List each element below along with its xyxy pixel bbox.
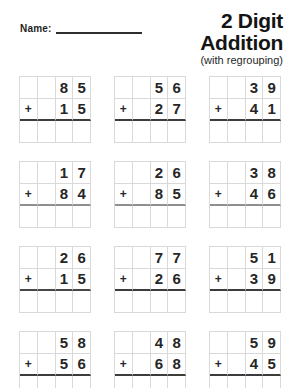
answer-cell	[151, 121, 169, 143]
digit-cell: 8	[168, 354, 186, 376]
answer-cell	[133, 376, 151, 388]
digit-cell: 5	[73, 77, 91, 99]
answer-cell	[246, 206, 264, 228]
digit-cell: 6	[73, 247, 91, 269]
empty-cell	[133, 247, 151, 269]
answer-cell	[263, 376, 281, 388]
digit-cell: 5	[151, 77, 169, 99]
addition-problem: 39+41	[209, 76, 281, 143]
empty-cell	[20, 77, 38, 99]
digit-cell: 4	[246, 354, 264, 376]
empty-cell	[228, 354, 246, 376]
digit-cell: 4	[246, 184, 264, 206]
plus-sign: +	[20, 269, 38, 291]
empty-cell	[38, 354, 56, 376]
answer-cell	[20, 121, 38, 143]
plus-sign: +	[210, 184, 228, 206]
plus-sign: +	[115, 99, 133, 121]
digit-cell: 7	[73, 162, 91, 184]
answer-cell	[246, 121, 264, 143]
answer-cell	[133, 291, 151, 313]
page-title: 2 Digit Addition	[142, 10, 283, 54]
plus-sign: +	[210, 354, 228, 376]
addition-problem: 59+45	[209, 331, 281, 388]
answer-cell	[246, 291, 264, 313]
digit-cell: 5	[246, 332, 264, 354]
empty-cell	[228, 162, 246, 184]
answer-cell	[210, 206, 228, 228]
digit-cell: 9	[263, 77, 281, 99]
empty-cell	[228, 269, 246, 291]
empty-cell	[20, 332, 38, 354]
answer-cell	[38, 291, 56, 313]
answer-cell	[115, 121, 133, 143]
digit-cell: 2	[151, 99, 169, 121]
digit-cell: 1	[263, 99, 281, 121]
digit-cell: 6	[168, 77, 186, 99]
empty-cell	[38, 332, 56, 354]
digit-cell: 8	[56, 184, 74, 206]
answer-cell	[20, 206, 38, 228]
digit-cell: 7	[168, 99, 186, 121]
digit-cell: 8	[56, 77, 74, 99]
empty-cell	[38, 77, 56, 99]
answer-cell	[38, 376, 56, 388]
empty-cell	[228, 184, 246, 206]
empty-cell	[133, 269, 151, 291]
page-subtitle: (with regrouping)	[142, 55, 283, 67]
addition-problem: 48+68	[114, 331, 186, 388]
digit-cell: 5	[168, 184, 186, 206]
answer-cell	[56, 291, 74, 313]
answer-cell	[263, 206, 281, 228]
plus-sign: +	[115, 269, 133, 291]
digit-cell: 1	[263, 247, 281, 269]
empty-cell	[133, 354, 151, 376]
empty-cell	[228, 99, 246, 121]
digit-cell: 6	[263, 184, 281, 206]
answer-cell	[168, 121, 186, 143]
name-label: Name:	[20, 23, 52, 34]
answer-cell	[210, 291, 228, 313]
addition-problem: 77+26	[114, 246, 186, 313]
empty-cell	[38, 184, 56, 206]
answer-cell	[263, 121, 281, 143]
digit-cell: 3	[246, 77, 264, 99]
empty-cell	[20, 247, 38, 269]
plus-sign: +	[20, 354, 38, 376]
plus-sign: +	[20, 184, 38, 206]
answer-cell	[168, 206, 186, 228]
digit-cell: 5	[73, 269, 91, 291]
answer-cell	[133, 206, 151, 228]
addition-problem: 51+39	[209, 246, 281, 313]
digit-cell: 6	[168, 269, 186, 291]
answer-cell	[228, 121, 246, 143]
addition-problem: 56+27	[114, 76, 186, 143]
empty-cell	[133, 184, 151, 206]
digit-cell: 9	[263, 332, 281, 354]
answer-cell	[151, 206, 169, 228]
answer-cell	[115, 291, 133, 313]
empty-cell	[38, 247, 56, 269]
answer-cell	[56, 376, 74, 388]
digit-cell: 5	[246, 247, 264, 269]
answer-cell	[115, 206, 133, 228]
addition-problem: 85+15	[19, 76, 91, 143]
empty-cell	[228, 247, 246, 269]
digit-cell: 1	[56, 99, 74, 121]
answer-cell	[73, 376, 91, 388]
digit-cell: 8	[168, 332, 186, 354]
title-block: 2 Digit Addition (with regrouping)	[142, 10, 283, 67]
digit-cell: 8	[151, 184, 169, 206]
addition-problem: 38+46	[209, 161, 281, 228]
digit-cell: 5	[56, 332, 74, 354]
empty-cell	[133, 332, 151, 354]
empty-cell	[115, 332, 133, 354]
answer-cell	[20, 376, 38, 388]
answer-cell	[133, 121, 151, 143]
empty-cell	[228, 332, 246, 354]
empty-cell	[133, 162, 151, 184]
digit-cell: 6	[73, 354, 91, 376]
plus-sign: +	[210, 99, 228, 121]
digit-cell: 2	[151, 162, 169, 184]
empty-cell	[38, 99, 56, 121]
answer-cell	[228, 206, 246, 228]
digit-cell: 5	[73, 99, 91, 121]
empty-cell	[133, 99, 151, 121]
digit-cell: 4	[246, 99, 264, 121]
addition-problem: 26+15	[19, 246, 91, 313]
answer-cell	[38, 206, 56, 228]
answer-cell	[210, 376, 228, 388]
digit-cell: 7	[168, 247, 186, 269]
digit-cell: 8	[263, 162, 281, 184]
name-row: Name:	[20, 21, 142, 34]
digit-cell: 5	[263, 354, 281, 376]
digit-cell: 3	[246, 162, 264, 184]
empty-cell	[115, 77, 133, 99]
answer-cell	[151, 376, 169, 388]
answer-cell	[73, 206, 91, 228]
empty-cell	[38, 162, 56, 184]
empty-cell	[210, 247, 228, 269]
empty-cell	[210, 77, 228, 99]
answer-cell	[73, 121, 91, 143]
addition-problem: 58+56	[19, 331, 91, 388]
answer-cell	[168, 376, 186, 388]
plus-sign: +	[20, 99, 38, 121]
answer-cell	[20, 291, 38, 313]
empty-cell	[115, 247, 133, 269]
empty-cell	[20, 162, 38, 184]
digit-cell: 9	[263, 269, 281, 291]
answer-cell	[56, 206, 74, 228]
digit-cell: 2	[151, 269, 169, 291]
addition-problem: 26+85	[114, 161, 186, 228]
plus-sign: +	[210, 269, 228, 291]
empty-cell	[228, 77, 246, 99]
addition-problem: 17+84	[19, 161, 91, 228]
answer-cell	[210, 121, 228, 143]
digit-cell: 2	[56, 247, 74, 269]
empty-cell	[38, 269, 56, 291]
answer-cell	[151, 291, 169, 313]
digit-cell: 1	[56, 162, 74, 184]
problems-grid: 85+1556+2739+4117+8426+8538+4626+1577+26…	[19, 76, 281, 388]
digit-cell: 1	[56, 269, 74, 291]
worksheet-header: Name: 2 Digit Addition (with regrouping)	[0, 0, 300, 67]
empty-cell	[115, 162, 133, 184]
empty-cell	[210, 332, 228, 354]
answer-cell	[73, 291, 91, 313]
answer-cell	[263, 291, 281, 313]
name-blank-line	[56, 21, 142, 34]
empty-cell	[210, 162, 228, 184]
digit-cell: 5	[56, 354, 74, 376]
digit-cell: 3	[246, 269, 264, 291]
plus-sign: +	[115, 354, 133, 376]
answer-cell	[228, 291, 246, 313]
digit-cell: 6	[151, 354, 169, 376]
digit-cell: 8	[73, 332, 91, 354]
answer-cell	[228, 376, 246, 388]
answer-cell	[246, 376, 264, 388]
answer-cell	[115, 376, 133, 388]
empty-cell	[133, 77, 151, 99]
answer-cell	[56, 121, 74, 143]
answer-cell	[38, 121, 56, 143]
plus-sign: +	[115, 184, 133, 206]
digit-cell: 4	[151, 332, 169, 354]
digit-cell: 4	[73, 184, 91, 206]
answer-cell	[168, 291, 186, 313]
digit-cell: 6	[168, 162, 186, 184]
digit-cell: 7	[151, 247, 169, 269]
